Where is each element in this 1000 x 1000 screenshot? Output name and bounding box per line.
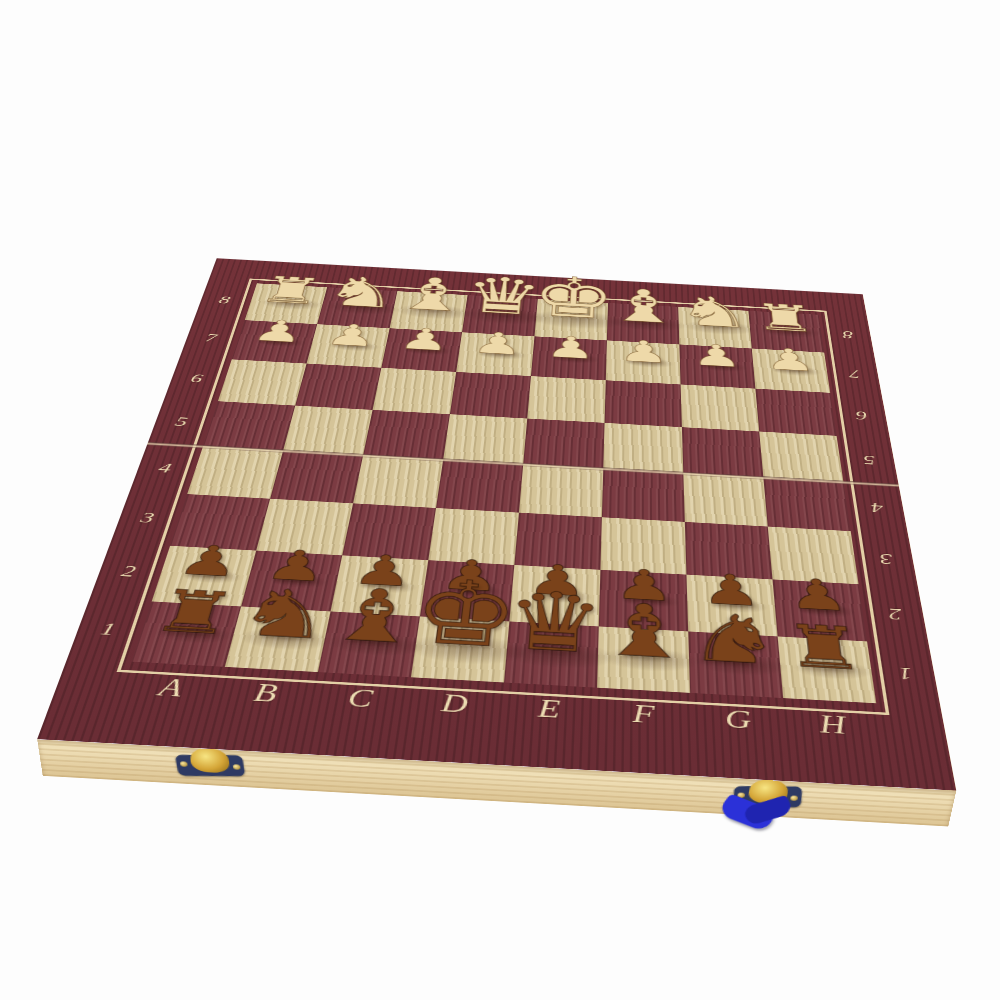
square-b2[interactable] [241,551,342,612]
rank-label-right-1: 1 [878,642,934,706]
square-g4[interactable] [683,473,767,527]
square-f2[interactable] [599,570,688,632]
square-g6[interactable] [681,384,760,431]
square-h6[interactable] [755,389,836,436]
rank-label-left-6: 6 [170,357,222,401]
file-label-d: D [405,687,503,721]
product-photo-scene: ABCDEFGH8877665544332211 ♜♞♝♛♚♝♞♜♟♟♟♟♟♟♟… [0,0,1000,1000]
square-g3[interactable] [685,522,773,580]
rank-label-left-3: 3 [117,491,177,545]
square-h5[interactable] [759,431,843,481]
rank-label-left-5: 5 [154,399,209,446]
blue-ribbon [710,798,809,845]
square-g2[interactable] [686,575,777,637]
file-label-h: H [784,708,882,743]
square-a3[interactable] [170,494,270,550]
square-d1[interactable] [411,616,509,682]
clasp-screw [233,764,241,770]
square-a5[interactable] [203,401,295,450]
rank-label-right-2: 2 [869,585,922,645]
square-b4[interactable] [270,451,363,504]
square-h3[interactable] [768,527,859,585]
square-e6[interactable] [527,376,606,423]
square-a4[interactable] [187,446,283,499]
rank-label-left-1: 1 [74,598,140,661]
square-e4[interactable] [519,464,603,517]
file-label-e: E [501,692,597,726]
square-c1[interactable] [318,611,420,677]
square-b6[interactable] [295,364,381,410]
square-f4[interactable] [602,468,685,521]
square-e1[interactable] [504,621,599,687]
square-d5[interactable] [443,414,527,464]
chess-board: ABCDEFGH8877665544332211 ♜♞♝♛♚♝♞♜♟♟♟♟♟♟♟… [37,258,956,791]
square-e5[interactable] [523,419,604,469]
square-f6[interactable] [605,380,682,427]
clasp-screw [180,761,188,767]
square-f1[interactable] [597,626,690,692]
left-clasp-icon [175,751,244,779]
rank-label-left-4: 4 [136,443,193,493]
rank-label-right-6: 6 [839,393,884,438]
square-f3[interactable] [600,517,686,574]
square-e3[interactable] [514,513,602,570]
file-label-b: B [215,676,316,710]
square-b3[interactable] [256,499,353,556]
square-c3[interactable] [342,503,436,560]
square-d4[interactable] [436,459,523,512]
square-b5[interactable] [283,406,372,455]
square-a6[interactable] [218,359,307,405]
file-label-a: A [119,671,222,705]
clasp-screw [790,795,798,801]
square-b1[interactable] [225,606,331,672]
square-d3[interactable] [428,508,519,565]
rank-label-right-3: 3 [861,532,912,587]
square-c5[interactable] [363,410,450,460]
square-g5[interactable] [682,427,763,477]
square-c6[interactable] [373,368,457,414]
rank-label-right-4: 4 [853,482,902,534]
square-h1[interactable] [778,636,877,703]
square-h4[interactable] [763,477,850,531]
square-g1[interactable] [688,631,783,698]
square-d6[interactable] [450,372,531,419]
rank-label-left-2: 2 [97,543,160,601]
file-label-g: G [690,702,786,737]
file-label-f: F [596,697,691,732]
square-a1[interactable] [132,601,241,666]
square-h2[interactable] [773,579,868,641]
rank-label-right-5: 5 [846,436,893,484]
file-label-c: C [310,681,410,715]
square-c4[interactable] [353,455,443,508]
square-a2[interactable] [152,546,256,607]
square-f5[interactable] [603,423,683,473]
